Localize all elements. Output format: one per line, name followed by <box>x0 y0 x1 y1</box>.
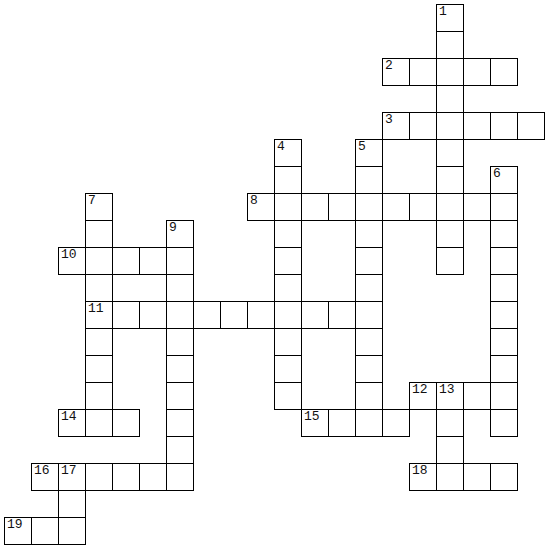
cell-r6-c16[interactable] <box>436 166 464 194</box>
cell-r14-c13[interactable] <box>355 382 383 410</box>
clue-number-8: 8 <box>250 194 258 208</box>
cell-r13-c18[interactable] <box>490 355 518 383</box>
cell-r19-c2[interactable] <box>58 517 86 545</box>
cell-r8-c13[interactable] <box>355 220 383 248</box>
cell-r11-c8[interactable] <box>220 301 248 329</box>
clue-number-14: 14 <box>61 410 77 424</box>
cell-r2-c17[interactable] <box>463 58 491 86</box>
cell-r1-c16[interactable] <box>436 31 464 59</box>
cell-r15-c11[interactable]: 15 <box>301 409 329 437</box>
cell-r9-c3[interactable] <box>85 247 113 275</box>
cell-r13-c10[interactable] <box>274 355 302 383</box>
cell-r9-c2[interactable]: 10 <box>58 247 86 275</box>
cell-r15-c13[interactable] <box>355 409 383 437</box>
cell-r17-c15[interactable]: 18 <box>409 463 437 491</box>
cell-r19-c0[interactable]: 19 <box>4 517 32 545</box>
cell-r17-c1[interactable]: 16 <box>31 463 59 491</box>
cell-r5-c13[interactable]: 5 <box>355 139 383 167</box>
cell-r14-c18[interactable] <box>490 382 518 410</box>
cell-r7-c18[interactable] <box>490 193 518 221</box>
cell-r11-c7[interactable] <box>193 301 221 329</box>
cell-r15-c3[interactable] <box>85 409 113 437</box>
cell-r15-c6[interactable] <box>166 409 194 437</box>
clue-number-11: 11 <box>88 302 104 316</box>
cell-r17-c3[interactable] <box>85 463 113 491</box>
cell-r11-c10[interactable] <box>274 301 302 329</box>
cell-r14-c15[interactable]: 12 <box>409 382 437 410</box>
clue-number-18: 18 <box>412 464 428 478</box>
cell-r3-c16[interactable] <box>436 85 464 113</box>
cell-r14-c6[interactable] <box>166 382 194 410</box>
cell-r17-c16[interactable] <box>436 463 464 491</box>
cell-r9-c6[interactable] <box>166 247 194 275</box>
cell-r4-c19[interactable] <box>517 112 545 140</box>
cell-r15-c16[interactable] <box>436 409 464 437</box>
cell-r18-c2[interactable] <box>58 490 86 518</box>
cell-r0-c16[interactable]: 1 <box>436 4 464 32</box>
clue-number-13: 13 <box>439 383 455 397</box>
cell-r17-c2[interactable]: 17 <box>58 463 86 491</box>
cell-r11-c5[interactable] <box>139 301 167 329</box>
clue-number-12: 12 <box>412 383 428 397</box>
cell-r2-c18[interactable] <box>490 58 518 86</box>
cell-r8-c18[interactable] <box>490 220 518 248</box>
cell-r8-c16[interactable] <box>436 220 464 248</box>
clue-number-10: 10 <box>61 248 77 262</box>
cell-r6-c10[interactable] <box>274 166 302 194</box>
cell-r14-c3[interactable] <box>85 382 113 410</box>
cell-r7-c3[interactable]: 7 <box>85 193 113 221</box>
cell-r12-c10[interactable] <box>274 328 302 356</box>
cell-r17-c17[interactable] <box>463 463 491 491</box>
cell-r2-c15[interactable] <box>409 58 437 86</box>
cell-r15-c14[interactable] <box>382 409 410 437</box>
cell-r10-c10[interactable] <box>274 274 302 302</box>
cell-r12-c18[interactable] <box>490 328 518 356</box>
cell-r16-c6[interactable] <box>166 436 194 464</box>
cell-r19-c1[interactable] <box>31 517 59 545</box>
cell-r11-c18[interactable] <box>490 301 518 329</box>
cell-r15-c2[interactable]: 14 <box>58 409 86 437</box>
cell-r11-c3[interactable]: 11 <box>85 301 113 329</box>
cell-r5-c10[interactable]: 4 <box>274 139 302 167</box>
cell-r4-c16[interactable] <box>436 112 464 140</box>
cell-r15-c12[interactable] <box>328 409 356 437</box>
cell-r16-c16[interactable] <box>436 436 464 464</box>
clue-number-2: 2 <box>385 59 393 73</box>
cell-r17-c6[interactable] <box>166 463 194 491</box>
cell-r14-c16[interactable]: 13 <box>436 382 464 410</box>
cell-r7-c17[interactable] <box>463 193 491 221</box>
cell-r11-c4[interactable] <box>112 301 140 329</box>
clue-number-4: 4 <box>277 140 285 154</box>
cell-r8-c6[interactable]: 9 <box>166 220 194 248</box>
cell-r7-c12[interactable] <box>328 193 356 221</box>
cell-r8-c10[interactable] <box>274 220 302 248</box>
crossword-board: 12345678910111213141516171819 <box>4 4 545 545</box>
cell-r17-c4[interactable] <box>112 463 140 491</box>
clue-number-9: 9 <box>169 221 177 235</box>
cell-r17-c18[interactable] <box>490 463 518 491</box>
cell-r7-c16[interactable] <box>436 193 464 221</box>
cell-r12-c13[interactable] <box>355 328 383 356</box>
cell-r9-c13[interactable] <box>355 247 383 275</box>
cell-r2-c14[interactable]: 2 <box>382 58 410 86</box>
cell-r17-c5[interactable] <box>139 463 167 491</box>
cell-r2-c16[interactable] <box>436 58 464 86</box>
cell-r14-c10[interactable] <box>274 382 302 410</box>
cell-r10-c18[interactable] <box>490 274 518 302</box>
cell-r10-c6[interactable] <box>166 274 194 302</box>
cell-r4-c15[interactable] <box>409 112 437 140</box>
cell-r6-c13[interactable] <box>355 166 383 194</box>
cell-r13-c13[interactable] <box>355 355 383 383</box>
cell-r7-c13[interactable] <box>355 193 383 221</box>
clue-number-5: 5 <box>358 140 366 154</box>
cell-r11-c6[interactable] <box>166 301 194 329</box>
cell-r15-c18[interactable] <box>490 409 518 437</box>
cell-r7-c15[interactable] <box>409 193 437 221</box>
cell-r11-c12[interactable] <box>328 301 356 329</box>
cell-r7-c10[interactable] <box>274 193 302 221</box>
clue-number-16: 16 <box>34 464 50 478</box>
cell-r9-c5[interactable] <box>139 247 167 275</box>
cell-r4-c14[interactable]: 3 <box>382 112 410 140</box>
cell-r11-c9[interactable] <box>247 301 275 329</box>
cell-r4-c18[interactable] <box>490 112 518 140</box>
clue-number-1: 1 <box>439 5 447 19</box>
cell-r12-c6[interactable] <box>166 328 194 356</box>
clue-number-19: 19 <box>7 518 23 532</box>
clue-number-6: 6 <box>493 167 501 181</box>
cell-r11-c13[interactable] <box>355 301 383 329</box>
clue-number-17: 17 <box>61 464 77 478</box>
cell-r9-c18[interactable] <box>490 247 518 275</box>
cell-r5-c16[interactable] <box>436 139 464 167</box>
cell-r13-c3[interactable] <box>85 355 113 383</box>
clue-number-3: 3 <box>385 113 393 127</box>
cell-r15-c4[interactable] <box>112 409 140 437</box>
clue-number-15: 15 <box>304 410 320 424</box>
cell-r14-c17[interactable] <box>463 382 491 410</box>
cell-r9-c4[interactable] <box>112 247 140 275</box>
cell-r10-c13[interactable] <box>355 274 383 302</box>
cell-r12-c3[interactable] <box>85 328 113 356</box>
cell-r13-c6[interactable] <box>166 355 194 383</box>
cell-r7-c9[interactable]: 8 <box>247 193 275 221</box>
cell-r11-c11[interactable] <box>301 301 329 329</box>
clue-number-7: 7 <box>88 194 96 208</box>
cell-r8-c3[interactable] <box>85 220 113 248</box>
crossword-page: 12345678910111213141516171819 <box>0 0 551 556</box>
cell-r4-c17[interactable] <box>463 112 491 140</box>
cell-r9-c10[interactable] <box>274 247 302 275</box>
cell-r7-c11[interactable] <box>301 193 329 221</box>
cell-r9-c16[interactable] <box>436 247 464 275</box>
cell-r6-c18[interactable]: 6 <box>490 166 518 194</box>
cell-r10-c3[interactable] <box>85 274 113 302</box>
cell-r7-c14[interactable] <box>382 193 410 221</box>
